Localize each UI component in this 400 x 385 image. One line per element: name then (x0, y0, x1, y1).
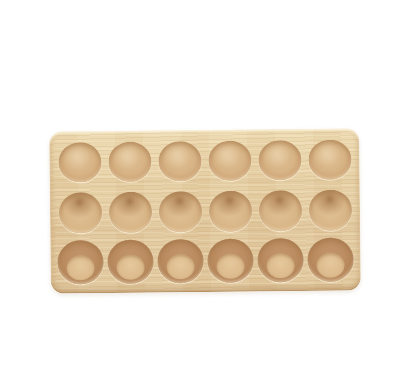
pit-cell-r2c6 (305, 184, 356, 235)
pit-r3c3[interactable] (157, 239, 203, 283)
pit-cell-r3c2 (105, 237, 156, 288)
pit-r1c2[interactable] (108, 142, 151, 182)
pit-cell-r1c6 (304, 134, 355, 185)
pit-cell-r1c5 (254, 135, 305, 186)
pit-r1c5[interactable] (258, 140, 301, 180)
pit-r2c2[interactable] (108, 191, 151, 232)
pit-cell-r2c2 (105, 187, 156, 238)
pit-cell-r1c3 (154, 136, 205, 187)
pit-r1c4[interactable] (208, 141, 251, 181)
pit-cell-r3c3 (155, 236, 206, 287)
pit-r3c1[interactable] (57, 240, 103, 284)
pit-r3c5[interactable] (257, 238, 303, 282)
pit-cell-r2c3 (155, 186, 206, 237)
pit-cell-r2c4 (205, 185, 256, 236)
pit-r2c3[interactable] (158, 191, 201, 232)
pit-r3c4[interactable] (207, 238, 253, 282)
pit-r2c6[interactable] (308, 189, 351, 230)
pit-r3c2[interactable] (107, 240, 153, 284)
pit-r1c6[interactable] (308, 139, 351, 179)
pit-grid (49, 128, 361, 293)
pit-r2c4[interactable] (208, 190, 251, 231)
mancala-board (49, 128, 361, 293)
pit-cell-r3c6 (305, 234, 356, 285)
pit-cell-r2c1 (55, 187, 106, 238)
pit-cell-r2c5 (255, 185, 306, 236)
pit-cell-r3c4 (205, 235, 256, 286)
pit-cell-r1c4 (204, 135, 255, 186)
pit-r3c6[interactable] (307, 237, 353, 281)
pit-r1c3[interactable] (158, 141, 201, 181)
pit-cell-r1c2 (104, 137, 155, 188)
pit-cell-r3c5 (255, 235, 306, 286)
pit-r1c1[interactable] (58, 142, 101, 182)
photo-background (0, 0, 400, 385)
pit-r2c5[interactable] (258, 189, 301, 230)
pit-cell-r3c1 (55, 237, 106, 288)
pit-cell-r1c1 (54, 137, 105, 188)
pit-r2c1[interactable] (58, 192, 101, 233)
